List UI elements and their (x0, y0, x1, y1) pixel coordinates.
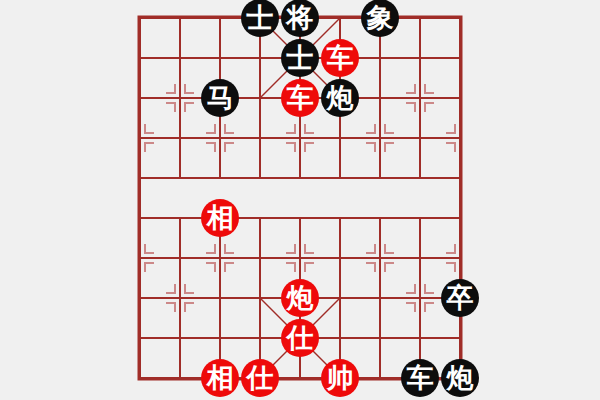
piece-label: 帅 (327, 364, 354, 391)
piece-label: 士 (247, 4, 274, 31)
piece-black-general[interactable]: 将 (281, 0, 319, 37)
xiangqi-board: 士将象士车马车炮相炮卒仕相仕帅车炮 (0, 0, 600, 400)
piece-label: 将 (287, 4, 314, 31)
piece-label: 炮 (327, 84, 354, 111)
piece-red-cannon[interactable]: 炮 (281, 279, 319, 317)
piece-black-pawn[interactable]: 卒 (441, 279, 479, 317)
piece-label: 象 (367, 4, 394, 31)
piece-red-general[interactable]: 帅 (321, 359, 359, 397)
piece-black-advisor[interactable]: 士 (241, 0, 279, 37)
xiangqi-app-screen: 士将象士车马车炮相炮卒仕相仕帅车炮 (0, 0, 600, 400)
piece-label: 炮 (287, 284, 314, 311)
piece-black-advisor[interactable]: 士 (281, 39, 319, 77)
piece-label: 车 (407, 364, 434, 391)
piece-label: 士 (287, 44, 314, 71)
piece-label: 马 (207, 84, 234, 111)
piece-red-chariot[interactable]: 车 (281, 79, 319, 117)
piece-label: 相 (207, 204, 234, 231)
piece-label: 卒 (447, 284, 474, 311)
piece-label: 炮 (447, 364, 474, 391)
piece-label: 车 (327, 44, 354, 71)
piece-label: 仕 (287, 324, 314, 351)
piece-label: 车 (287, 84, 314, 111)
piece-red-advisor[interactable]: 仕 (281, 319, 319, 357)
piece-red-elephant[interactable]: 相 (201, 359, 239, 397)
piece-red-advisor[interactable]: 仕 (241, 359, 279, 397)
piece-black-elephant[interactable]: 象 (361, 0, 399, 37)
piece-red-chariot[interactable]: 车 (321, 39, 359, 77)
piece-label: 相 (207, 364, 234, 391)
piece-black-cannon[interactable]: 炮 (441, 359, 479, 397)
piece-black-horse[interactable]: 马 (201, 79, 239, 117)
piece-black-cannon[interactable]: 炮 (321, 79, 359, 117)
piece-red-elephant[interactable]: 相 (201, 199, 239, 237)
piece-label: 仕 (247, 364, 274, 391)
piece-black-chariot[interactable]: 车 (401, 359, 439, 397)
